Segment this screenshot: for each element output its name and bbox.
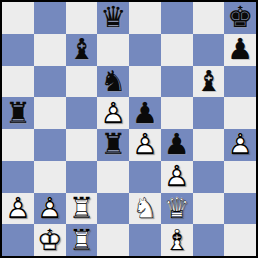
square-c7[interactable]: ♝ (66, 34, 98, 66)
white-rook-c2[interactable]: ♜♖ (66, 193, 98, 225)
white-pawn-outline-glyph: ♙ (97, 97, 129, 129)
square-h5[interactable] (224, 97, 256, 129)
black-pawn-glyph: ♟ (224, 34, 256, 66)
square-b2[interactable]: ♟♙ (34, 193, 66, 225)
square-b3[interactable] (34, 161, 66, 193)
white-rook-outline-glyph: ♖ (66, 224, 98, 256)
square-a5[interactable]: ♜ (2, 97, 34, 129)
chess-board: ♛♚♝♟♞♝♜♟♙♟♜♟♙♟♟♙♟♙♟♙♟♙♜♖♞♘♛♕♚♔♜♖♝♗ (2, 2, 256, 256)
square-g7[interactable] (193, 34, 225, 66)
black-bishop-g6[interactable]: ♝ (193, 66, 225, 98)
square-f1[interactable]: ♝♗ (161, 224, 193, 256)
white-king-b1[interactable]: ♚♔ (34, 224, 66, 256)
square-d5[interactable]: ♟♙ (97, 97, 129, 129)
black-rook-a5[interactable]: ♜ (2, 97, 34, 129)
white-queen-outline-glyph: ♕ (161, 193, 193, 225)
white-rook-outline-glyph: ♖ (66, 193, 98, 225)
black-pawn-glyph: ♟ (161, 129, 193, 161)
black-queen-glyph: ♛ (97, 2, 129, 34)
square-g5[interactable] (193, 97, 225, 129)
square-a1[interactable] (2, 224, 34, 256)
square-h3[interactable] (224, 161, 256, 193)
black-knight-d6[interactable]: ♞ (97, 66, 129, 98)
square-c2[interactable]: ♜♖ (66, 193, 98, 225)
black-pawn-h7[interactable]: ♟ (224, 34, 256, 66)
square-g6[interactable]: ♝ (193, 66, 225, 98)
black-bishop-glyph: ♝ (66, 34, 98, 66)
square-g4[interactable] (193, 129, 225, 161)
square-f7[interactable] (161, 34, 193, 66)
square-e4[interactable]: ♟♙ (129, 129, 161, 161)
square-e3[interactable] (129, 161, 161, 193)
white-pawn-outline-glyph: ♙ (224, 129, 256, 161)
black-king-h8[interactable]: ♚ (224, 2, 256, 34)
square-h8[interactable]: ♚ (224, 2, 256, 34)
white-pawn-outline-glyph: ♙ (161, 161, 193, 193)
square-c1[interactable]: ♜♖ (66, 224, 98, 256)
white-king-outline-glyph: ♔ (34, 224, 66, 256)
square-c6[interactable] (66, 66, 98, 98)
square-a8[interactable] (2, 2, 34, 34)
square-b4[interactable] (34, 129, 66, 161)
white-pawn-a2[interactable]: ♟♙ (2, 193, 34, 225)
square-d2[interactable] (97, 193, 129, 225)
square-a7[interactable] (2, 34, 34, 66)
white-bishop-f1[interactable]: ♝♗ (161, 224, 193, 256)
square-e2[interactable]: ♞♘ (129, 193, 161, 225)
white-pawn-outline-glyph: ♙ (129, 129, 161, 161)
square-b6[interactable] (34, 66, 66, 98)
square-h1[interactable] (224, 224, 256, 256)
square-b8[interactable] (34, 2, 66, 34)
square-g3[interactable] (193, 161, 225, 193)
square-c4[interactable] (66, 129, 98, 161)
white-pawn-b2[interactable]: ♟♙ (34, 193, 66, 225)
square-h2[interactable] (224, 193, 256, 225)
square-a4[interactable] (2, 129, 34, 161)
square-f6[interactable] (161, 66, 193, 98)
square-e7[interactable] (129, 34, 161, 66)
square-a3[interactable] (2, 161, 34, 193)
black-bishop-glyph: ♝ (193, 66, 225, 98)
square-g1[interactable] (193, 224, 225, 256)
black-pawn-glyph: ♟ (129, 97, 161, 129)
white-rook-c1[interactable]: ♜♖ (66, 224, 98, 256)
square-h7[interactable]: ♟ (224, 34, 256, 66)
square-f2[interactable]: ♛♕ (161, 193, 193, 225)
white-queen-f2[interactable]: ♛♕ (161, 193, 193, 225)
white-pawn-d5[interactable]: ♟♙ (97, 97, 129, 129)
white-bishop-outline-glyph: ♗ (161, 224, 193, 256)
square-d8[interactable]: ♛ (97, 2, 129, 34)
square-h4[interactable]: ♟♙ (224, 129, 256, 161)
black-pawn-f4[interactable]: ♟ (161, 129, 193, 161)
square-h6[interactable] (224, 66, 256, 98)
white-pawn-f3[interactable]: ♟♙ (161, 161, 193, 193)
square-c5[interactable] (66, 97, 98, 129)
white-pawn-outline-glyph: ♙ (2, 193, 34, 225)
square-d1[interactable] (97, 224, 129, 256)
square-e1[interactable] (129, 224, 161, 256)
square-c3[interactable] (66, 161, 98, 193)
white-knight-outline-glyph: ♘ (129, 193, 161, 225)
chess-board-frame: ♛♚♝♟♞♝♜♟♙♟♜♟♙♟♟♙♟♙♟♙♟♙♜♖♞♘♛♕♚♔♜♖♝♗ (0, 0, 258, 258)
white-pawn-outline-glyph: ♙ (34, 193, 66, 225)
black-bishop-c7[interactable]: ♝ (66, 34, 98, 66)
square-b1[interactable]: ♚♔ (34, 224, 66, 256)
black-rook-d4[interactable]: ♜ (97, 129, 129, 161)
black-king-glyph: ♚ (224, 2, 256, 34)
square-f5[interactable] (161, 97, 193, 129)
square-d6[interactable]: ♞ (97, 66, 129, 98)
square-g8[interactable] (193, 2, 225, 34)
black-pawn-e5[interactable]: ♟ (129, 97, 161, 129)
square-d3[interactable] (97, 161, 129, 193)
square-f3[interactable]: ♟♙ (161, 161, 193, 193)
square-e8[interactable] (129, 2, 161, 34)
square-b5[interactable] (34, 97, 66, 129)
black-knight-glyph: ♞ (97, 66, 129, 98)
black-rook-glyph: ♜ (97, 129, 129, 161)
square-d4[interactable]: ♜ (97, 129, 129, 161)
square-f4[interactable]: ♟ (161, 129, 193, 161)
square-e6[interactable] (129, 66, 161, 98)
square-b7[interactable] (34, 34, 66, 66)
black-queen-d8[interactable]: ♛ (97, 2, 129, 34)
white-pawn-h4[interactable]: ♟♙ (224, 129, 256, 161)
square-a6[interactable] (2, 66, 34, 98)
white-knight-e2[interactable]: ♞♘ (129, 193, 161, 225)
square-f8[interactable] (161, 2, 193, 34)
square-c8[interactable] (66, 2, 98, 34)
square-d7[interactable] (97, 34, 129, 66)
square-e5[interactable]: ♟ (129, 97, 161, 129)
square-a2[interactable]: ♟♙ (2, 193, 34, 225)
black-rook-glyph: ♜ (2, 97, 34, 129)
white-pawn-e4[interactable]: ♟♙ (129, 129, 161, 161)
square-g2[interactable] (193, 193, 225, 225)
